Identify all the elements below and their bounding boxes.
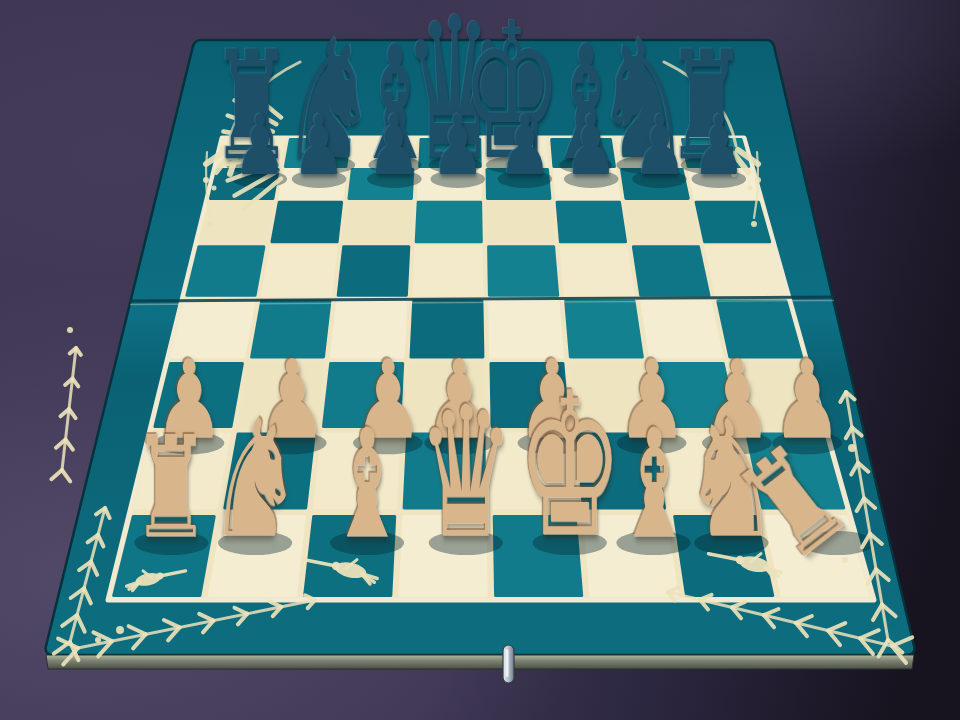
square-f5[interactable]: [561, 247, 633, 296]
square-h6[interactable]: [696, 202, 770, 242]
piece-white-queen-d1[interactable]: ♛: [412, 383, 520, 563]
square-f6[interactable]: [557, 202, 625, 242]
square-a5[interactable]: [187, 247, 264, 296]
square-e6[interactable]: [488, 202, 554, 242]
square-c6[interactable]: [344, 202, 411, 242]
square-g6[interactable]: [627, 202, 698, 242]
square-g5[interactable]: [633, 247, 709, 296]
clasp-pin[interactable]: [503, 645, 514, 683]
square-d5[interactable]: [414, 247, 482, 296]
square-e5[interactable]: [489, 247, 558, 296]
square-b6[interactable]: [272, 202, 342, 242]
square-c5[interactable]: [338, 247, 409, 296]
piece-white-bishop-c1[interactable]: ♝: [315, 409, 419, 559]
photo-scene: ♜♞♝♛♚♝♞♜♟♟♟♟♟♟♟♟♟♟♟♟♟♟♟♟♜♞♝♛♚♝♞♜: [0, 0, 960, 720]
piece-white-knight-b1[interactable]: ♞: [196, 398, 315, 560]
square-h5[interactable]: [706, 247, 785, 296]
piece-black-pawn-h7[interactable]: ♟: [654, 104, 784, 187]
square-b5[interactable]: [263, 247, 337, 296]
square-d6[interactable]: [416, 202, 481, 242]
board-side-edge: [46, 655, 914, 669]
